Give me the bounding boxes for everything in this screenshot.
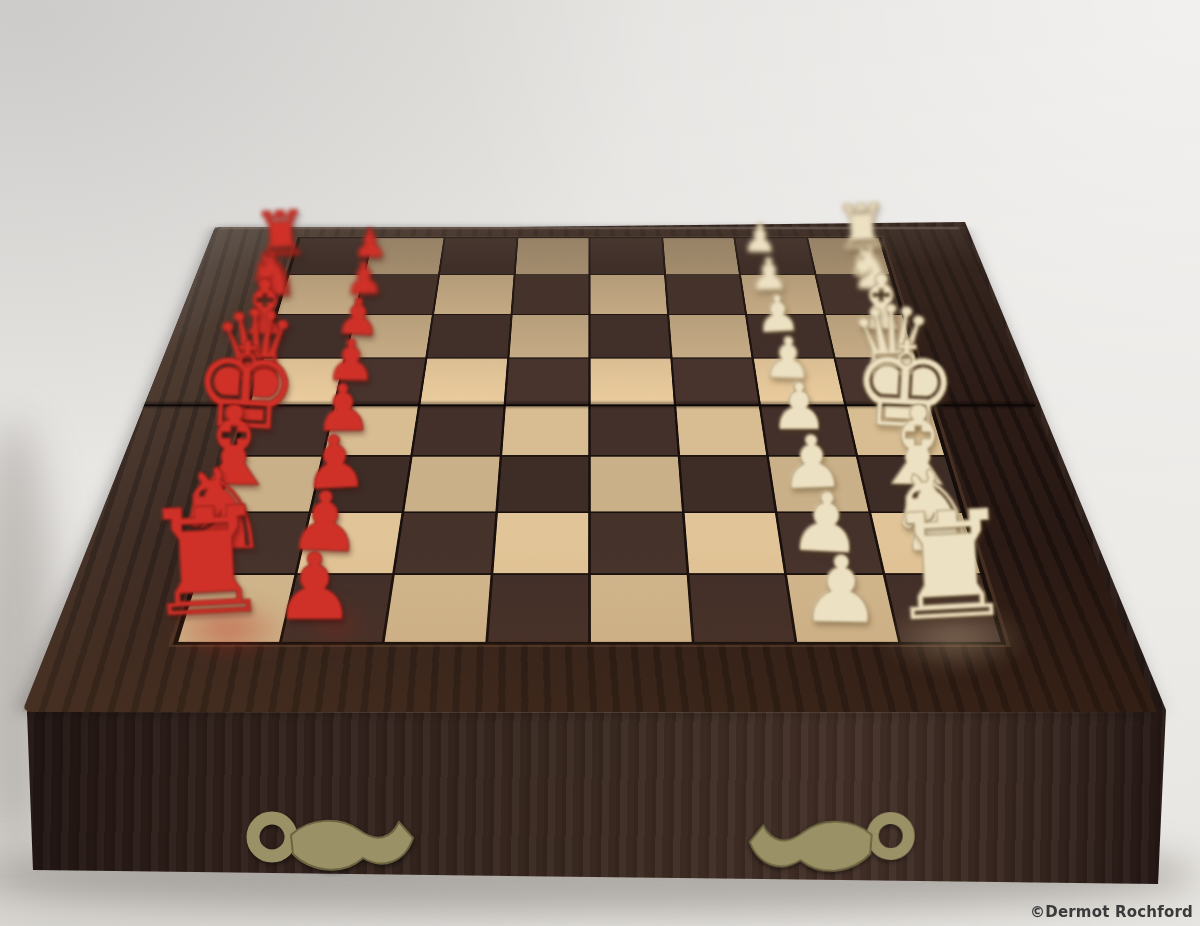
square-f2 [311,457,410,512]
square-c1 [265,315,354,357]
square-c3 [428,315,511,357]
square-b1 [278,275,363,314]
square-f7 [769,457,868,512]
fold-seam [144,404,1036,406]
square-f8 [858,457,961,512]
square-a1 [290,238,371,274]
photo-scene: ♜♟♟♜♞♟♟♞♝♟♟♝♛♟♟♛♚♟♟♚♝♟♟♝♞♟♟♞♜♟♟♜ ©Dermot… [0,0,1200,926]
square-e4 [502,405,589,455]
far-edge-glint [219,227,959,229]
square-f1 [218,457,321,512]
square-b2 [356,275,438,314]
square-f6 [680,457,775,512]
square-b4 [512,275,588,314]
square-b6 [666,275,745,314]
square-a6 [663,238,739,274]
square-c6 [669,315,752,357]
square-c4 [509,315,588,357]
square-d4 [506,358,589,404]
square-d3 [420,358,506,404]
square-c2 [346,315,432,357]
brass-latch-left [243,802,415,890]
square-h6 [689,575,794,642]
red-pawn-reflection [300,600,370,648]
square-g3 [395,513,495,573]
latch-hook-icon [291,821,413,870]
square-d2 [335,358,425,404]
square-e8 [846,405,944,455]
photographer-watermark: ©Dermot Rochford [1030,903,1193,921]
square-g2 [297,513,401,573]
square-a2 [365,238,444,274]
latch-eyelet-icon [253,818,291,856]
brass-latch-right [747,800,922,894]
square-d1 [250,358,343,404]
square-a5 [591,238,664,274]
square-e7 [761,405,855,455]
latch-eyelet-icon [872,817,909,854]
chessboard [178,238,1000,641]
square-c5 [591,315,670,357]
square-e2 [324,405,418,455]
square-h5 [591,575,691,642]
red-piece-reflection [168,598,288,660]
square-b7 [741,275,823,314]
square-b5 [591,275,667,314]
square-f3 [404,457,499,512]
square-g7 [778,513,882,573]
square-e5 [591,405,678,455]
square-d8 [835,358,928,404]
square-h4 [488,575,588,642]
square-g1 [199,513,308,573]
square-b8 [816,275,901,314]
square-e1 [235,405,333,455]
square-g5 [591,513,686,573]
square-d5 [591,358,674,404]
square-e6 [676,405,766,455]
square-c7 [747,315,833,357]
square-f5 [591,457,682,512]
square-c8 [826,315,915,357]
latch-hook-icon [749,820,873,873]
square-g6 [684,513,784,573]
square-e3 [413,405,503,455]
square-a8 [808,238,889,274]
square-a3 [440,238,516,274]
square-d7 [754,358,844,404]
square-a4 [515,238,588,274]
square-g4 [493,513,588,573]
white-piece-reflection [880,606,1030,672]
square-f4 [498,457,589,512]
square-d6 [672,358,758,404]
square-a7 [735,238,814,274]
square-h3 [385,575,490,642]
square-b3 [434,275,513,314]
square-g8 [871,513,980,573]
